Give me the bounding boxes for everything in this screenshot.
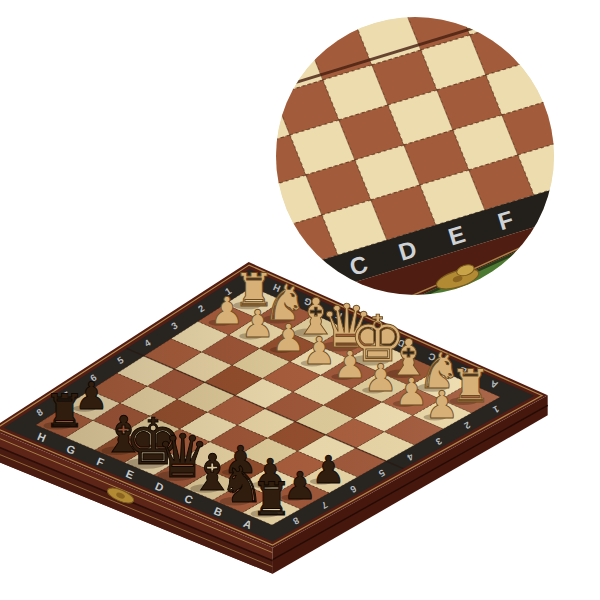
piece-white-pawn-h2: ♟ bbox=[210, 289, 244, 333]
main-board: AABBCCDDEEFFGGHH1122334455667788♜♞♟♝♟♛♟♚… bbox=[0, 262, 548, 574]
inset-square bbox=[535, 45, 600, 100]
piece-black-rook-a8: ♜ bbox=[251, 472, 292, 526]
piece-white-pawn-f2: ♟ bbox=[271, 316, 305, 360]
inset-square bbox=[389, 0, 454, 10]
inset-square bbox=[192, 150, 257, 205]
chess-set-product-photo: AABBCCDDEEFFGGHH1122334455667788♜♞♟♝♟♛♟♚… bbox=[0, 0, 600, 600]
inset-square bbox=[503, 0, 568, 20]
piece-black-rook-h8: ♜ bbox=[44, 384, 85, 438]
inset-square bbox=[291, 0, 356, 40]
inset-square bbox=[519, 5, 584, 60]
piece-white-pawn-d2: ♟ bbox=[333, 343, 367, 387]
inset-square bbox=[209, 55, 274, 110]
inset-square bbox=[552, 0, 600, 5]
scene-canvas: AABBCCDDEEFFGGHH1122334455667788♜♞♟♝♟♛♟♚… bbox=[0, 0, 600, 600]
inset-square bbox=[584, 30, 600, 85]
inset-square bbox=[128, 0, 193, 45]
inset-square bbox=[226, 0, 291, 15]
inset-square bbox=[177, 0, 242, 30]
piece-white-pawn-b2: ♟ bbox=[394, 370, 428, 414]
inset-square bbox=[208, 190, 273, 245]
inset-square bbox=[242, 0, 307, 55]
inset-square bbox=[144, 30, 209, 85]
inset-square bbox=[176, 110, 241, 165]
piece-white-pawn-a2: ♟ bbox=[425, 383, 459, 427]
inset-square bbox=[193, 15, 258, 70]
inset-square bbox=[568, 0, 600, 45]
inset-square bbox=[567, 125, 600, 180]
piece-white-pawn-g2: ♟ bbox=[241, 302, 275, 346]
inset-square bbox=[551, 85, 600, 140]
inset-square bbox=[160, 70, 225, 125]
piece-white-pawn-c2: ♟ bbox=[363, 356, 397, 400]
piece-white-pawn-e2: ♟ bbox=[302, 329, 336, 373]
